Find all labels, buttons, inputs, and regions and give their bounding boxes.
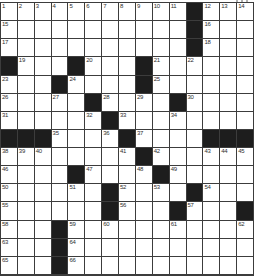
cell-r2c13[interactable]: 16 [203,21,219,38]
cell-r2c8[interactable] [119,21,135,38]
cell-r3c12 [187,39,203,56]
cell-r12c13[interactable] [203,202,219,219]
clue-number: 12 [204,3,210,10]
cell-r4c15[interactable] [237,57,253,74]
cell-r1c4[interactable]: 4 [52,3,68,20]
cell-r15c7[interactable] [102,257,118,274]
cell-r5c10[interactable]: 25 [153,76,169,93]
cell-r7c12[interactable] [187,112,203,129]
cell-r11c14[interactable] [220,184,236,201]
cell-r5c3[interactable] [35,76,51,93]
cell-r3c4[interactable] [52,39,68,56]
cell-r13c6[interactable] [85,221,101,238]
cell-r12c6[interactable] [85,202,101,219]
cell-r11c9[interactable] [136,184,152,201]
cell-r5c8[interactable] [119,76,135,93]
clue-number: 50 [2,184,8,191]
cell-r13c13[interactable] [203,221,219,238]
cell-r9c4[interactable] [52,148,68,165]
cell-r14c4 [52,239,68,256]
clue-number: 54 [204,184,210,191]
cell-r14c10[interactable] [153,239,169,256]
clue-number: 24 [69,76,75,83]
clue-number: 2 [19,3,22,10]
cell-r2c3[interactable] [35,21,51,38]
cell-r4c11[interactable] [170,57,186,74]
cell-r1c7[interactable]: 7 [102,3,118,20]
cell-r8c9[interactable]: 37 [136,130,152,147]
cell-r2c12 [187,21,203,38]
cell-r7c4[interactable] [52,112,68,129]
clue-number: 14 [238,3,244,10]
cell-r8c3 [35,130,51,147]
clue-number: 15 [2,21,8,28]
cell-r5c12[interactable] [187,76,203,93]
clue-number: 32 [86,112,92,119]
cell-r13c3[interactable] [35,221,51,238]
clue-number: 65 [2,257,8,264]
cell-r6c4[interactable]: 27 [52,94,68,111]
cell-r9c10[interactable]: 42 [153,148,169,165]
cell-r1c6[interactable]: 6 [85,3,101,20]
cell-r2c5[interactable] [68,21,84,38]
cell-r9c12[interactable] [187,148,203,165]
cell-r2c11[interactable] [170,21,186,38]
cell-r6c11 [170,94,186,111]
cell-r5c11[interactable] [170,76,186,93]
cell-r1c8[interactable]: 8 [119,3,135,20]
cell-r10c1[interactable]: 46 [1,166,17,183]
cell-r13c11[interactable]: 61 [170,221,186,238]
cell-r11c15[interactable] [237,184,253,201]
cell-r6c5[interactable] [68,94,84,111]
cell-r2c6[interactable] [85,21,101,38]
cell-r8c8 [119,130,135,147]
clue-number: 21 [154,57,160,64]
cell-r13c4 [52,221,68,238]
cell-r13c5[interactable]: 59 [68,221,84,238]
cell-r13c14[interactable] [220,221,236,238]
cell-r4c7[interactable] [102,57,118,74]
cell-r4c6[interactable]: 20 [85,57,101,74]
cell-r10c14[interactable] [220,166,236,183]
clue-number: 30 [188,94,194,101]
clue-number: 53 [154,184,160,191]
cell-r1c1[interactable]: 1 [1,3,17,20]
clue-number: 25 [154,76,160,83]
cell-r8c2 [18,130,34,147]
cell-r4c5 [68,57,84,74]
cell-r1c13[interactable]: 12 [203,3,219,20]
cell-r10c12[interactable] [187,166,203,183]
cell-r13c15[interactable]: 62 [237,221,253,238]
clue-number: 52 [120,184,126,191]
clue-number: 48 [137,166,143,173]
cell-r15c10[interactable] [153,257,169,274]
cell-r8c7[interactable]: 36 [102,130,118,147]
cell-r9c6[interactable] [85,148,101,165]
cell-r7c13[interactable] [203,112,219,129]
clue-number: 7 [103,3,106,10]
cell-r2c2[interactable] [18,21,34,38]
cell-r9c13[interactable]: 43 [203,148,219,165]
cell-r8c11[interactable] [170,130,186,147]
cell-r2c10[interactable] [153,21,169,38]
cell-r10c8[interactable] [119,166,135,183]
clue-number: 11 [171,3,177,10]
cell-r1c12 [187,3,203,20]
cell-r12c10[interactable] [153,202,169,219]
cell-r11c4[interactable] [52,184,68,201]
clue-number: 20 [86,57,92,64]
cell-r15c1[interactable]: 65 [1,257,17,274]
clue-number: 43 [204,148,210,155]
cell-r6c1[interactable]: 26 [1,94,17,111]
cell-r4c14[interactable] [220,57,236,74]
cell-r6c10[interactable] [153,94,169,111]
cell-r14c11[interactable] [170,239,186,256]
clue-number: 59 [69,221,75,228]
cell-r1c2[interactable]: 2 [18,3,34,20]
clue-number: 38 [2,148,8,155]
cell-r7c11[interactable]: 34 [170,112,186,129]
cell-r8c6[interactable] [85,130,101,147]
cell-r15c12[interactable] [187,257,203,274]
cell-r4c3[interactable] [35,57,51,74]
cell-r15c8[interactable] [119,257,135,274]
cell-r14c12[interactable] [187,239,203,256]
clue-number: 57 [188,202,194,209]
cell-r13c10[interactable] [153,221,169,238]
cell-r14c6[interactable] [85,239,101,256]
clue-number: 51 [69,184,75,191]
cell-r14c3[interactable] [35,239,51,256]
clue-number: 5 [69,3,72,10]
cell-r9c8[interactable]: 41 [119,148,135,165]
cell-r9c3[interactable]: 40 [35,148,51,165]
cell-r1c15[interactable]: 14 [237,3,253,20]
cell-r11c3[interactable] [35,184,51,201]
cell-r12c12[interactable]: 57 [187,202,203,219]
cell-r7c2[interactable] [18,112,34,129]
cell-r8c5[interactable] [68,130,84,147]
cell-r14c5[interactable]: 64 [68,239,84,256]
clue-number: 8 [120,3,123,10]
cell-r9c2[interactable]: 39 [18,148,34,165]
cell-r8c10[interactable] [153,130,169,147]
cell-r7c8[interactable]: 33 [119,112,135,129]
clue-number: 36 [103,130,109,137]
cell-r11c11[interactable] [170,184,186,201]
cell-r7c5[interactable] [68,112,84,129]
cell-r13c12[interactable] [187,221,203,238]
cell-r7c14[interactable] [220,112,236,129]
cell-r5c7[interactable] [102,76,118,93]
cell-r12c15 [237,202,253,219]
cell-r2c9[interactable] [136,21,152,38]
clue-number: 44 [221,148,227,155]
cell-r14c9[interactable] [136,239,152,256]
cell-r12c8[interactable]: 56 [119,202,135,219]
cell-r5c13[interactable] [203,76,219,93]
cell-r5c5[interactable]: 24 [68,76,84,93]
cell-r7c3[interactable] [35,112,51,129]
cell-r11c1[interactable]: 50 [1,184,17,201]
cell-r4c1 [1,57,17,74]
cell-r13c7[interactable]: 60 [102,221,118,238]
cell-r10c11[interactable]: 49 [170,166,186,183]
cell-r8c14 [220,130,236,147]
clue-number: 17 [2,39,8,46]
clue-number: 19 [19,57,25,64]
cell-r6c13[interactable] [203,94,219,111]
cell-r5c6[interactable] [85,76,101,93]
cell-r3c1[interactable]: 17 [1,39,17,56]
cell-r6c12[interactable]: 30 [187,94,203,111]
cell-r13c9[interactable] [136,221,152,238]
clue-number: 33 [120,112,126,119]
cell-r6c14[interactable] [220,94,236,111]
clue-number: 58 [2,221,8,228]
cell-r15c9[interactable] [136,257,152,274]
cell-r3c15[interactable] [237,39,253,56]
cell-r3c13[interactable]: 18 [203,39,219,56]
clue-number: 4 [53,3,56,10]
page: 1234567891011121314151617181920212223242… [0,0,256,280]
clue-number: 31 [2,112,8,119]
clue-number: 40 [36,148,42,155]
cell-r7c1[interactable]: 31 [1,112,17,129]
cell-r14c2[interactable] [18,239,34,256]
cell-r11c8[interactable]: 52 [119,184,135,201]
cell-r6c15[interactable] [237,94,253,111]
cell-r10c2[interactable] [18,166,34,183]
cell-r11c12 [187,184,203,201]
cell-r12c5[interactable] [68,202,84,219]
clue-number: 60 [103,221,109,228]
cell-r10c6[interactable]: 47 [85,166,101,183]
cell-r1c3[interactable]: 3 [35,3,51,20]
clue-number: 28 [103,94,109,101]
clue-number: 18 [204,39,210,46]
cell-r9c7[interactable] [102,148,118,165]
cell-r2c14[interactable] [220,21,236,38]
cell-r4c12[interactable]: 22 [187,57,203,74]
cell-r9c14[interactable]: 44 [220,148,236,165]
clue-number: 56 [120,202,126,209]
cell-r11c5[interactable]: 51 [68,184,84,201]
cell-r9c5[interactable] [68,148,84,165]
clue-number: 13 [221,3,227,10]
cell-r7c15[interactable] [237,112,253,129]
clue-number: 34 [171,112,177,119]
clue-number: 3 [36,3,39,10]
cell-r3c8[interactable] [119,39,135,56]
cell-r1c5[interactable]: 5 [68,3,84,20]
cell-r7c10[interactable] [153,112,169,129]
cell-r3c11[interactable] [170,39,186,56]
cell-r15c6[interactable] [85,257,101,274]
cell-r11c7 [102,184,118,201]
cell-r12c14[interactable] [220,202,236,219]
cell-r3c9[interactable] [136,39,152,56]
cell-r14c13[interactable] [203,239,219,256]
clue-number: 1 [2,3,5,10]
cell-r10c3[interactable] [35,166,51,183]
cell-r12c3[interactable] [35,202,51,219]
cell-r3c6[interactable] [85,39,101,56]
clue-number: 46 [2,166,8,173]
cell-r3c7[interactable] [102,39,118,56]
clue-number: 29 [137,94,143,101]
cell-r14c14[interactable] [220,239,236,256]
clue-number: 66 [69,257,75,264]
clue-number: 23 [2,76,8,83]
clue-number: 16 [204,21,210,28]
cell-r15c2[interactable] [18,257,34,274]
cell-r13c8[interactable] [119,221,135,238]
cell-r5c2[interactable] [18,76,34,93]
cell-r12c2[interactable] [18,202,34,219]
cell-r8c13 [203,130,219,147]
clue-number: 42 [154,148,160,155]
cell-r5c4 [52,76,68,93]
clue-number: 27 [53,94,59,101]
cell-r6c6 [85,94,101,111]
cell-r6c3[interactable] [35,94,51,111]
clue-number: 35 [53,130,59,137]
cell-r6c8[interactable] [119,94,135,111]
clue-number: 63 [2,239,8,246]
cell-r10c9[interactable]: 48 [136,166,152,183]
cell-r12c4[interactable] [52,202,68,219]
cell-r1c14[interactable]: 13 [220,3,236,20]
cell-r15c15[interactable] [237,257,253,274]
cell-r3c14[interactable] [220,39,236,56]
cell-r11c2[interactable] [18,184,34,201]
cell-r10c13[interactable] [203,166,219,183]
cell-r14c15[interactable] [237,239,253,256]
cell-r11c6[interactable] [85,184,101,201]
cell-r6c7[interactable]: 28 [102,94,118,111]
clue-number: 37 [137,130,143,137]
cell-r2c7[interactable] [102,21,118,38]
cell-r2c1[interactable]: 15 [1,21,17,38]
cell-r9c9 [136,148,152,165]
clue-number: 61 [171,221,177,228]
cell-r4c10[interactable]: 21 [153,57,169,74]
cell-r10c5 [68,166,84,183]
cell-r15c4 [52,257,68,274]
cell-r12c1[interactable]: 55 [1,202,17,219]
cell-r4c8[interactable] [119,57,135,74]
cell-r4c13[interactable] [203,57,219,74]
cell-r8c1 [1,130,17,147]
cell-r8c15 [237,130,253,147]
cell-r4c2[interactable]: 19 [18,57,34,74]
cell-r5c15[interactable] [237,76,253,93]
clue-number: 6 [86,3,89,10]
clue-number: 39 [19,148,25,155]
cell-r6c9[interactable]: 29 [136,94,152,111]
clue-number: 64 [69,239,75,246]
cell-r2c4[interactable] [52,21,68,38]
cell-r10c15[interactable] [237,166,253,183]
cell-r15c13[interactable] [203,257,219,274]
cell-r5c9 [136,76,152,93]
cell-r3c5[interactable] [68,39,84,56]
cell-r3c10[interactable] [153,39,169,56]
cell-r14c1[interactable]: 63 [1,239,17,256]
cell-r15c3[interactable] [35,257,51,274]
cell-r10c7[interactable] [102,166,118,183]
clue-number: 9 [137,3,140,10]
cell-r7c7 [102,112,118,129]
cell-r10c10 [153,166,169,183]
cell-r1c11[interactable]: 11 [170,3,186,20]
cell-r5c14[interactable] [220,76,236,93]
cell-r6c2[interactable] [18,94,34,111]
clue-number: 22 [188,57,194,64]
cell-r12c11 [170,202,186,219]
cell-r13c2[interactable] [18,221,34,238]
cell-r8c12[interactable] [187,130,203,147]
cell-r9c15[interactable]: 45 [237,148,253,165]
cell-r11c10[interactable]: 53 [153,184,169,201]
clue-number: 10 [154,3,160,10]
cell-r12c9[interactable] [136,202,152,219]
cell-r1c9[interactable]: 9 [136,3,152,20]
clue-number: 55 [2,202,8,209]
crossword-grid: 1234567891011121314151617181920212223242… [0,2,254,276]
cell-r14c8[interactable] [119,239,135,256]
clue-number: 49 [171,166,177,173]
cell-r13c1[interactable]: 58 [1,221,17,238]
cell-r9c1[interactable]: 38 [1,148,17,165]
cell-r12c7 [102,202,118,219]
cell-r4c9 [136,57,152,74]
clue-number: 47 [86,166,92,173]
cell-r15c5[interactable]: 66 [68,257,84,274]
clue-number: 41 [120,148,126,155]
cell-r4c4[interactable] [52,57,68,74]
cell-r10c4[interactable] [52,166,68,183]
clue-number: 45 [238,148,244,155]
clue-number: 62 [238,221,244,228]
cell-r14c7[interactable] [102,239,118,256]
cell-r15c14[interactable] [220,257,236,274]
cell-r11c13[interactable]: 54 [203,184,219,201]
cell-r8c4[interactable]: 35 [52,130,68,147]
clue-number: 26 [2,94,8,101]
cell-r7c9[interactable] [136,112,152,129]
cell-r1c10[interactable]: 10 [153,3,169,20]
cell-r9c11[interactable] [170,148,186,165]
cell-r3c2[interactable] [18,39,34,56]
cell-r7c6[interactable]: 32 [85,112,101,129]
cell-r3c3[interactable] [35,39,51,56]
cell-r5c1[interactable]: 23 [1,76,17,93]
cell-r15c11[interactable] [170,257,186,274]
cell-r2c15[interactable] [237,21,253,38]
